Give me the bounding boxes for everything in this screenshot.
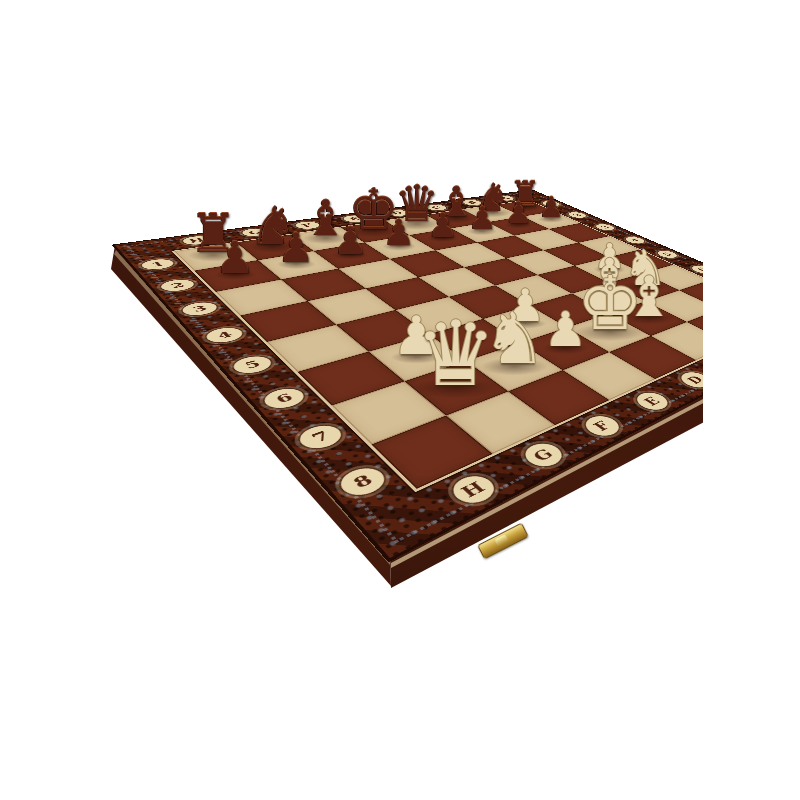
label-file-a-back: A bbox=[493, 195, 517, 202]
label-rank-2-left: 2 bbox=[157, 278, 197, 293]
label-file-c-back: C bbox=[423, 204, 449, 212]
chess-board: 1122334455667788HHGGFFEEDDCCBBAA bbox=[115, 190, 800, 558]
label-rank-3-left: 3 bbox=[178, 300, 221, 317]
label-rank-6-left: 6 bbox=[259, 385, 310, 412]
label-file-d-back: D bbox=[383, 209, 411, 217]
label-file-e-back: E bbox=[340, 214, 369, 223]
label-rank-1-left: 1 bbox=[138, 257, 176, 270]
label-file-g-back: G bbox=[238, 227, 271, 237]
label-file-g-front: G bbox=[517, 440, 568, 472]
label-file-f-back: F bbox=[292, 221, 323, 230]
label-file-h-front: H bbox=[445, 472, 501, 509]
photo-crop-white-edge bbox=[703, 0, 800, 800]
label-file-f-front: F bbox=[578, 413, 625, 440]
board-grid bbox=[171, 200, 793, 493]
brass-clasp bbox=[477, 523, 529, 560]
label-rank-7-left: 7 bbox=[293, 421, 347, 452]
label-rank-5-left: 5 bbox=[228, 353, 276, 376]
label-file-b-back: B bbox=[459, 199, 484, 206]
label-file-e-front: E bbox=[630, 390, 673, 414]
chess-set-photo: 1122334455667788HHGGFFEEDDCCBBAA ♝♚♟♞♛♞♝… bbox=[0, 0, 800, 800]
label-rank-8-left: 8 bbox=[333, 463, 391, 500]
label-rank-4-left: 4 bbox=[202, 325, 247, 345]
